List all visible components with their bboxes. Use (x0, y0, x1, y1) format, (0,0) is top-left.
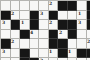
clue-digit: 2 (59, 30, 62, 35)
white-cell-r4c1[interactable]: 2 (11, 39, 21, 49)
clue-digit: 3 (78, 20, 81, 25)
clue-digit: 2 (87, 39, 90, 44)
white-cell-r1c1[interactable]: 2 (11, 11, 21, 21)
clue-digit: 1 (21, 20, 24, 25)
white-cell-r6c9[interactable] (87, 58, 91, 60)
white-cell-r3c8[interactable] (77, 30, 87, 40)
white-cell-r2c8[interactable]: 3 (77, 20, 87, 30)
black-cell-r0c9 (87, 1, 91, 11)
white-cell-r5c5[interactable]: 1 (49, 49, 59, 59)
white-cell-r6c0[interactable] (1, 58, 11, 60)
black-cell-r1c3 (30, 11, 40, 21)
white-cell-r4c3[interactable] (30, 39, 40, 49)
black-cell-r3c5 (49, 30, 59, 40)
white-cell-r6c7[interactable] (68, 58, 78, 60)
clue-digit: 3 (2, 49, 5, 54)
white-cell-r5c0[interactable]: 3 (1, 49, 11, 59)
white-cell-r4c8[interactable] (77, 39, 87, 49)
white-cell-r0c8[interactable] (77, 1, 87, 11)
white-cell-r0c1[interactable] (11, 1, 21, 11)
white-cell-r6c6[interactable] (58, 58, 68, 60)
white-cell-r2c5[interactable]: 2 (49, 20, 59, 30)
white-cell-r3c4[interactable] (39, 30, 49, 40)
black-cell-r3c7 (68, 30, 78, 40)
clue-digit: 1 (49, 49, 52, 54)
black-cell-r0c6 (58, 1, 68, 11)
white-cell-r5c1[interactable] (11, 49, 21, 59)
black-cell-r4c6 (58, 39, 68, 49)
white-cell-r2c0[interactable]: 3 (1, 20, 11, 30)
clue-digit: 4 (30, 30, 33, 35)
white-cell-r1c7[interactable] (68, 11, 78, 21)
clue-digit: 1 (78, 11, 81, 16)
black-cell-r5c8 (77, 49, 87, 59)
white-cell-r1c4[interactable]: 3 (39, 11, 49, 21)
white-cell-r0c0[interactable] (1, 1, 11, 11)
clue-digit: 2 (11, 39, 14, 44)
white-cell-r4c4[interactable] (39, 39, 49, 49)
black-cell-r2c1 (11, 20, 21, 30)
clue-digit: 2 (40, 58, 43, 60)
white-cell-r5c3[interactable] (30, 49, 40, 59)
white-cell-r6c8[interactable] (77, 58, 87, 60)
clue-digit: 2 (11, 11, 14, 16)
clue-digit: 2 (49, 1, 52, 6)
white-cell-r6c1[interactable] (11, 58, 21, 60)
white-cell-r2c4[interactable] (39, 20, 49, 30)
white-cell-r2c2[interactable]: 1 (20, 20, 30, 30)
black-cell-r1c9 (87, 11, 91, 21)
clue-digit: 3 (40, 11, 43, 16)
white-cell-r3c6[interactable]: 2 (58, 30, 68, 40)
white-cell-r4c9[interactable]: 2 (87, 39, 91, 49)
black-cell-r5c6 (58, 49, 68, 59)
black-cell-r6c3 (30, 58, 40, 60)
white-cell-r3c3[interactable]: 4 (30, 30, 40, 40)
white-cell-r3c0[interactable] (1, 30, 11, 40)
black-cell-r5c9 (87, 49, 91, 59)
white-cell-r0c3[interactable] (30, 1, 40, 11)
white-cell-r4c2[interactable] (20, 39, 30, 49)
black-cell-r2c3 (30, 20, 40, 30)
black-cell-r2c7 (68, 20, 78, 30)
white-cell-r4c7[interactable] (68, 39, 78, 49)
black-cell-r4c0 (1, 39, 11, 49)
black-cell-r0c7 (68, 1, 78, 11)
puzzle-grid: 2231312342223112 (0, 0, 90, 60)
white-cell-r5c7[interactable]: 1 (68, 49, 78, 59)
black-cell-r3c2 (20, 30, 30, 40)
clue-digit: 2 (49, 20, 52, 25)
clue-digit: 3 (2, 20, 5, 25)
white-cell-r1c6[interactable] (58, 11, 68, 21)
white-cell-r6c5[interactable] (49, 58, 59, 60)
black-cell-r2c6 (58, 20, 68, 30)
black-cell-r5c2 (20, 49, 30, 59)
black-cell-r6c2 (20, 58, 30, 60)
white-cell-r6c4[interactable]: 2 (39, 58, 49, 60)
clue-digit: 1 (68, 49, 71, 54)
white-cell-r0c5[interactable]: 2 (49, 1, 59, 11)
black-cell-r2c9 (87, 20, 91, 30)
white-cell-r0c2[interactable] (20, 1, 30, 11)
white-cell-r0c4[interactable] (39, 1, 49, 11)
black-cell-r4c5 (49, 39, 59, 49)
